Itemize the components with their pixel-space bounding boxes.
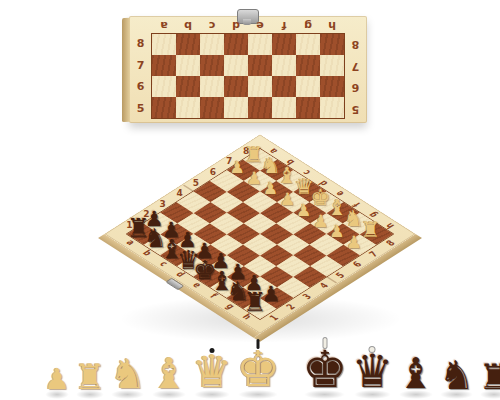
box-square [176, 34, 200, 55]
rook-glyph: ♜ [74, 361, 105, 394]
box-square [152, 55, 176, 76]
king-glyph: ♚ [302, 346, 348, 394]
loose-light-bishop: ♝ [150, 354, 188, 394]
box-checkerboard [152, 34, 344, 118]
box-rank-label: 5 [129, 98, 152, 120]
bishop-glyph: ♝ [150, 354, 188, 394]
knight-glyph: ♞ [439, 356, 475, 394]
box-square [176, 97, 200, 118]
box-square [272, 97, 296, 118]
box-file-letter: d [224, 18, 248, 33]
box-file-letter: e [248, 18, 272, 33]
knight-glyph: ♞ [109, 355, 146, 394]
white-finial [323, 338, 326, 348]
box-square [272, 34, 296, 55]
box-file-letter: h [320, 18, 344, 33]
box-square [200, 55, 224, 76]
box-file-letter: f [272, 18, 296, 33]
light-pieces-row: ♟♜♞♝♛♚ [44, 332, 280, 394]
pawn-glyph: ♟ [44, 366, 70, 394]
box-square [248, 76, 272, 97]
box-square [224, 34, 248, 55]
box-square [320, 34, 344, 55]
black-finial [209, 348, 214, 353]
box-file-letters: abcdefgh [152, 18, 344, 33]
box-square [296, 76, 320, 97]
chessboard-grid: ♜♞♝♛♚♝♞♜♟♟♟♟♟♟♟♟♟♟♟♟♟♟♟♟♜♞♝♛♚♝♞♜ [127, 149, 393, 319]
white-finial [370, 347, 375, 352]
product-photo: abcdefgh 8765 8765 ♜♞♝♛♚♝♞♜♟♟♟♟♟♟♟♟♟♟♟♟♟… [0, 0, 500, 400]
box-square [152, 34, 176, 55]
box-square [152, 76, 176, 97]
box-square [248, 97, 272, 118]
loose-dark-knight: ♞ [439, 356, 475, 394]
box-square [320, 97, 344, 118]
box-rank-label: 7 [129, 55, 152, 77]
box-square [272, 76, 296, 97]
box-square [296, 34, 320, 55]
box-square [272, 55, 296, 76]
box-square [296, 97, 320, 118]
box-square [320, 55, 344, 76]
box-square [176, 55, 200, 76]
box-square [320, 76, 344, 97]
loose-dark-queen: ♛ [352, 350, 393, 394]
dark-pieces-row: ♚♛♝♞♜♟ [302, 330, 500, 394]
queen-glyph: ♛ [192, 351, 232, 394]
closed-box: abcdefgh 8765 8765 [129, 16, 367, 123]
box-square [248, 34, 272, 55]
loose-dark-rook: ♜ [479, 361, 500, 394]
loose-light-rook: ♜ [74, 361, 105, 394]
box-face: 8765 8765 [129, 33, 367, 119]
box-file-letter: c [200, 18, 224, 33]
box-square [152, 97, 176, 118]
king-glyph: ♚ [236, 347, 280, 394]
box-rank-label: 8 [344, 33, 367, 55]
box-square [224, 76, 248, 97]
loose-light-queen: ♛ [192, 351, 232, 394]
loose-light-knight: ♞ [109, 355, 146, 394]
box-square [248, 55, 272, 76]
box-square [176, 76, 200, 97]
box-rank-label: 6 [129, 76, 152, 98]
piece-dark-r: ♜ [243, 289, 266, 315]
box-square [200, 97, 224, 118]
box-rank-label: 8 [129, 33, 152, 55]
box-file-letter: a [152, 18, 176, 33]
bishop-glyph: ♝ [397, 354, 435, 394]
box-square [296, 55, 320, 76]
rook-glyph: ♜ [479, 361, 500, 394]
box-rank-label: 6 [344, 76, 367, 98]
box-rank-numbers-left: 8765 [129, 33, 152, 119]
box-file-letter: g [296, 18, 320, 33]
box-file-letter: b [176, 18, 200, 33]
box-square [200, 34, 224, 55]
loose-light-pawn: ♟ [44, 366, 70, 394]
loose-light-king: ♚ [236, 347, 280, 394]
box-rank-label: 7 [344, 55, 367, 77]
box-square [224, 97, 248, 118]
box-rank-label: 5 [344, 98, 367, 120]
box-square [200, 76, 224, 97]
black-finial [257, 339, 260, 349]
loose-dark-king: ♚ [302, 346, 348, 394]
box-square [224, 55, 248, 76]
queen-glyph: ♛ [352, 350, 393, 394]
box-rank-numbers-right: 8765 [344, 33, 367, 119]
loose-dark-bishop: ♝ [397, 354, 435, 394]
